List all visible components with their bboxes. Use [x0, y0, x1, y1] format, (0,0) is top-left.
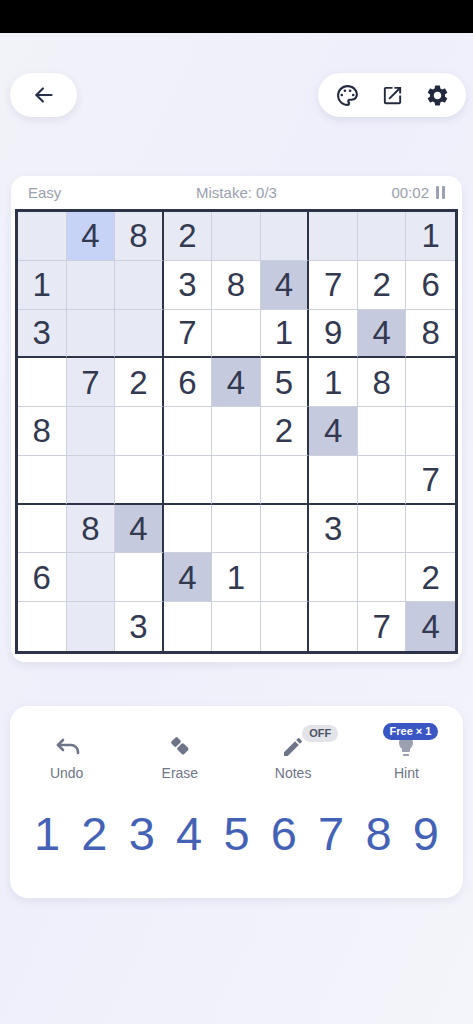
sudoku-cell-r5c2[interactable] — [67, 407, 116, 456]
sudoku-cell-r2c4[interactable]: 3 — [164, 261, 213, 310]
numpad-digit-6[interactable]: 6 — [271, 810, 297, 857]
sudoku-cell-r7c4[interactable] — [164, 505, 213, 554]
sudoku-cell-r2c6[interactable]: 4 — [261, 261, 310, 310]
sudoku-cell-r2c7[interactable]: 7 — [309, 261, 358, 310]
sudoku-cell-r8c2[interactable] — [67, 553, 116, 602]
numpad-digit-4[interactable]: 4 — [176, 810, 202, 857]
sudoku-grid: 48211384726371948726451882478436412374 — [15, 209, 458, 654]
sudoku-cell-r2c1[interactable]: 1 — [18, 261, 67, 310]
sudoku-cell-r3c9[interactable]: 8 — [406, 310, 455, 359]
sudoku-cell-r5c9[interactable] — [406, 407, 455, 456]
pause-icon[interactable] — [436, 186, 445, 199]
sudoku-cell-r2c3[interactable] — [115, 261, 164, 310]
sudoku-cell-r9c9[interactable]: 4 — [406, 602, 455, 651]
sudoku-cell-r8c3[interactable] — [115, 553, 164, 602]
sudoku-cell-r4c9[interactable] — [406, 358, 455, 407]
back-button[interactable] — [10, 73, 77, 117]
sudoku-cell-r8c8[interactable] — [358, 553, 407, 602]
sudoku-cell-r1c5[interactable] — [212, 212, 261, 261]
sudoku-cell-r2c8[interactable]: 2 — [358, 261, 407, 310]
sudoku-cell-r7c9[interactable] — [406, 505, 455, 554]
sudoku-cell-r3c7[interactable]: 9 — [309, 310, 358, 359]
erase-button[interactable]: Erase — [123, 733, 236, 781]
sudoku-cell-r1c4[interactable]: 2 — [164, 212, 213, 261]
sudoku-cell-r4c3[interactable]: 2 — [115, 358, 164, 407]
sudoku-cell-r6c3[interactable] — [115, 456, 164, 505]
undo-button[interactable]: Undo — [10, 733, 123, 781]
sudoku-cell-r9c4[interactable] — [164, 602, 213, 651]
sudoku-cell-r4c8[interactable]: 8 — [358, 358, 407, 407]
sudoku-cell-r1c2[interactable]: 4 — [67, 212, 116, 261]
sudoku-cell-r3c8[interactable]: 4 — [358, 310, 407, 359]
hint-label: Hint — [394, 765, 419, 781]
sudoku-cell-r5c1[interactable]: 8 — [18, 407, 67, 456]
sudoku-cell-r8c9[interactable]: 2 — [406, 553, 455, 602]
sudoku-cell-r8c1[interactable]: 6 — [18, 553, 67, 602]
sudoku-cell-r6c2[interactable] — [67, 456, 116, 505]
notes-label: Notes — [275, 765, 312, 781]
sudoku-cell-r9c8[interactable]: 7 — [358, 602, 407, 651]
sudoku-cell-r9c2[interactable] — [67, 602, 116, 651]
arrow-left-icon — [31, 82, 57, 108]
sudoku-cell-r5c8[interactable] — [358, 407, 407, 456]
sudoku-cell-r4c2[interactable]: 7 — [67, 358, 116, 407]
hint-button[interactable]: Free × 1 Hint — [350, 733, 463, 781]
mistake-counter: Mistake: 0/3 — [151, 184, 323, 201]
sudoku-cell-r1c9[interactable]: 1 — [406, 212, 455, 261]
game-info-bar: Easy Mistake: 0/3 00:02 — [11, 176, 462, 209]
numpad: 123456789 — [10, 781, 463, 898]
sudoku-cell-r2c9[interactable]: 6 — [406, 261, 455, 310]
timer: 00:02 — [391, 184, 429, 201]
sudoku-cell-r7c7[interactable]: 3 — [309, 505, 358, 554]
settings-gear-icon[interactable] — [425, 83, 450, 108]
status-bar — [0, 0, 473, 33]
sudoku-cell-r7c5[interactable] — [212, 505, 261, 554]
sudoku-cell-r7c1[interactable] — [18, 505, 67, 554]
numpad-digit-9[interactable]: 9 — [413, 810, 439, 857]
sudoku-cell-r4c4[interactable]: 6 — [164, 358, 213, 407]
undo-icon — [53, 733, 81, 759]
sudoku-cell-r5c3[interactable] — [115, 407, 164, 456]
sudoku-cell-r1c3[interactable]: 8 — [115, 212, 164, 261]
numpad-digit-1[interactable]: 1 — [34, 810, 60, 857]
numpad-digit-2[interactable]: 2 — [81, 810, 107, 857]
toolbar: Undo Erase OFF Notes — [10, 706, 463, 781]
sudoku-cell-r1c6[interactable] — [261, 212, 310, 261]
sudoku-cell-r4c5[interactable]: 4 — [212, 358, 261, 407]
control-panel: Undo Erase OFF Notes — [10, 706, 463, 898]
sudoku-cell-r4c1[interactable] — [18, 358, 67, 407]
sudoku-cell-r1c7[interactable] — [309, 212, 358, 261]
undo-label: Undo — [50, 765, 83, 781]
sudoku-cell-r4c7[interactable]: 1 — [309, 358, 358, 407]
sudoku-cell-r9c7[interactable] — [309, 602, 358, 651]
pencil-icon — [281, 733, 305, 759]
numpad-digit-3[interactable]: 3 — [129, 810, 155, 857]
sudoku-cell-r5c4[interactable] — [164, 407, 213, 456]
numpad-digit-8[interactable]: 8 — [365, 810, 391, 857]
notes-off-badge: OFF — [302, 725, 338, 742]
difficulty-label: Easy — [28, 184, 151, 201]
sudoku-cell-r5c5[interactable] — [212, 407, 261, 456]
sudoku-cell-r2c2[interactable] — [67, 261, 116, 310]
sudoku-cell-r2c5[interactable]: 8 — [212, 261, 261, 310]
sudoku-cell-r5c7[interactable]: 4 — [309, 407, 358, 456]
sudoku-cell-r3c2[interactable] — [67, 310, 116, 359]
sudoku-cell-r8c4[interactable]: 4 — [164, 553, 213, 602]
sudoku-cell-r9c1[interactable] — [18, 602, 67, 651]
sudoku-cell-r9c3[interactable]: 3 — [115, 602, 164, 651]
sudoku-cell-r3c6[interactable]: 1 — [261, 310, 310, 359]
sudoku-cell-r1c1[interactable] — [18, 212, 67, 261]
sudoku-cell-r6c7[interactable] — [309, 456, 358, 505]
numpad-digit-7[interactable]: 7 — [318, 810, 344, 857]
sudoku-cell-r6c9[interactable]: 7 — [406, 456, 455, 505]
sudoku-cell-r6c4[interactable] — [164, 456, 213, 505]
numpad-digit-5[interactable]: 5 — [223, 810, 249, 857]
sudoku-cell-r9c5[interactable] — [212, 602, 261, 651]
sudoku-cell-r9c6[interactable] — [261, 602, 310, 651]
sudoku-cell-r3c4[interactable]: 7 — [164, 310, 213, 359]
sudoku-cell-r6c8[interactable] — [358, 456, 407, 505]
board-card: Easy Mistake: 0/3 00:02 4821138472637194… — [11, 176, 462, 662]
sudoku-cell-r8c7[interactable] — [309, 553, 358, 602]
sudoku-cell-r7c3[interactable]: 4 — [115, 505, 164, 554]
open-in-new-icon[interactable] — [381, 84, 404, 107]
sudoku-cell-r6c1[interactable] — [18, 456, 67, 505]
sudoku-cell-r8c5[interactable]: 1 — [212, 553, 261, 602]
palette-icon[interactable] — [335, 83, 360, 108]
sudoku-cell-r7c8[interactable] — [358, 505, 407, 554]
erase-label: Erase — [162, 765, 199, 781]
eraser-icon — [167, 733, 193, 759]
hint-free-badge: Free × 1 — [383, 723, 439, 740]
sudoku-cell-r7c6[interactable] — [261, 505, 310, 554]
sudoku-cell-r7c2[interactable]: 8 — [67, 505, 116, 554]
sudoku-cell-r8c6[interactable] — [261, 553, 310, 602]
sudoku-cell-r6c5[interactable] — [212, 456, 261, 505]
top-action-bar — [318, 73, 466, 117]
sudoku-cell-r3c3[interactable] — [115, 310, 164, 359]
sudoku-cell-r6c6[interactable] — [261, 456, 310, 505]
sudoku-cell-r5c6[interactable]: 2 — [261, 407, 310, 456]
notes-button[interactable]: OFF Notes — [237, 733, 350, 781]
sudoku-cell-r3c5[interactable] — [212, 310, 261, 359]
sudoku-cell-r1c8[interactable] — [358, 212, 407, 261]
sudoku-cell-r4c6[interactable]: 5 — [261, 358, 310, 407]
sudoku-cell-r3c1[interactable]: 3 — [18, 310, 67, 359]
